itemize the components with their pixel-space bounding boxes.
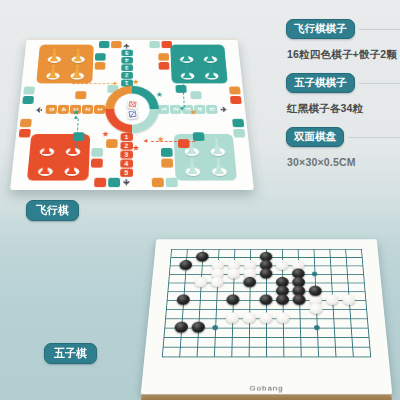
black-stone[interactable]: [293, 294, 306, 305]
ludo-arm-cell-up: 2: [121, 72, 133, 79]
black-stone[interactable]: [226, 294, 239, 305]
white-stone[interactable]: [211, 277, 224, 287]
plane-icon: ✈: [218, 105, 230, 114]
ludo-track-cell: [193, 132, 205, 141]
white-stone[interactable]: [259, 312, 272, 323]
ludo-arm-cell-left: 5: [45, 105, 57, 114]
white-stone[interactable]: [276, 312, 289, 323]
dashed-path-line: [151, 141, 195, 142]
ludo-track-cell: [229, 87, 241, 95]
ludo-arm-cell-up: 5: [121, 50, 132, 57]
ludo-track-cell: [22, 96, 34, 104]
spec-badge-gomoku-pieces: 五子棋棋子: [286, 73, 355, 93]
die-icon[interactable]: ⚂: [126, 109, 138, 119]
ludo-track-cell: [158, 53, 169, 60]
white-stone[interactable]: [326, 294, 339, 305]
ludo-track-cell: [166, 178, 178, 187]
arm-number: 1: [95, 108, 103, 111]
ludo-center: ⚄⚂: [114, 94, 150, 125]
white-stone[interactable]: [243, 312, 256, 323]
black-stone[interactable]: [196, 252, 209, 262]
ludo-track-cell: [91, 148, 103, 157]
spec-section-header: 飞行棋棋子: [286, 19, 400, 39]
black-stone[interactable]: [174, 322, 188, 333]
ludo-track-cell: [106, 139, 118, 148]
star-icon: ★: [101, 131, 109, 139]
ludo-track-cell: [233, 129, 245, 138]
arrow-icon: ▴: [74, 114, 78, 121]
ludo-arm-cell-left: 1: [94, 105, 105, 114]
ludo-base-bottom-left: [27, 134, 90, 181]
star-icon: ★: [132, 144, 140, 152]
ludo-track-cell: [230, 96, 242, 104]
arm-number: 4: [125, 57, 129, 64]
dashed-path-line: [72, 83, 114, 84]
arrow-icon: ▾: [180, 106, 184, 113]
star-icon: ★: [132, 79, 139, 86]
black-stone[interactable]: [243, 277, 256, 287]
plane-icon: ✈: [120, 178, 133, 186]
ludo-track-cell: [73, 132, 85, 141]
gomoku-label-badge: 五子棋: [44, 343, 97, 364]
black-stone[interactable]: [260, 294, 273, 305]
ludo-track-cell: [95, 62, 106, 69]
divider-line: [359, 29, 400, 30]
arm-number: 3: [124, 151, 128, 159]
black-stone[interactable]: [260, 268, 273, 278]
ludo-base-top-left: [36, 45, 94, 84]
star-icon: ★: [157, 136, 165, 144]
star-icon: ★: [189, 109, 197, 116]
gomoku-grid: [162, 249, 371, 357]
white-stone[interactable]: [194, 277, 207, 287]
arm-number: 5: [47, 108, 56, 111]
ludo-arm-cell-right: 1: [158, 105, 169, 114]
ludo-label-badge: 飞行棋: [26, 200, 79, 221]
spec-text-board-size: 30×30×0.5CM: [287, 156, 400, 168]
ludo-track-cell: [149, 41, 160, 48]
arm-number: 5: [125, 50, 129, 57]
ludo-arm-cell-down: 2: [120, 142, 133, 150]
ludo-arm-cell-down: 1: [120, 133, 132, 141]
gomoku-board: Gobang: [140, 239, 393, 400]
ludo-track-cell: [99, 41, 110, 48]
ludo-arm-cell-right: 5: [206, 105, 218, 114]
star-point: [212, 325, 218, 330]
star-point: [312, 272, 318, 277]
black-stone[interactable]: [276, 294, 289, 305]
arm-number: 3: [125, 64, 129, 71]
arm-number: 5: [207, 108, 216, 111]
ludo-arm-cell-left: 2: [82, 105, 94, 114]
spec-badge-ludo-pieces: 飞行棋棋子: [286, 19, 355, 39]
gomoku-brand-label: Gobang: [141, 384, 392, 392]
ludo-track-cell: [161, 41, 172, 48]
ludo-base-top-right: [170, 45, 228, 84]
arm-number: 1: [159, 108, 167, 111]
die-icon[interactable]: ⚄: [126, 99, 137, 109]
ludo-arm-cell-left: 4: [57, 105, 69, 114]
ludo-track-cell: [161, 159, 173, 168]
gomoku-surface: Gobang: [141, 239, 393, 394]
arm-number: 2: [124, 142, 128, 150]
arm-number: 2: [125, 72, 129, 79]
spec-section-header: 五子棋棋子: [286, 73, 400, 93]
ludo-track-cell: [190, 91, 201, 99]
ludo-track-cell: [20, 119, 32, 127]
arm-number: 5: [124, 169, 128, 177]
spec-text-ludo-pieces: 16粒四色棋子+骰子2颗: [287, 48, 400, 62]
star-icon: ★: [156, 91, 164, 98]
white-stone[interactable]: [342, 294, 356, 305]
spec-text-gomoku-pieces: 红黑棋子各34粒: [287, 102, 400, 116]
star-point: [314, 325, 320, 330]
product-image: 12345✈12345✈12345✈12345✈★★★★★★★★▸▾◂▴⚄⚂ 飞…: [0, 0, 400, 400]
white-stone[interactable]: [309, 303, 322, 314]
ludo-board: 12345✈12345✈12345✈12345✈★★★★★★★★▸▾◂▴⚄⚂: [10, 39, 254, 190]
ludo-track-cell: [94, 178, 106, 187]
plane-icon: ✈: [33, 105, 45, 114]
divider-line: [359, 83, 400, 84]
ludo-track-cell: [91, 159, 103, 168]
ludo-track-cell: [75, 91, 86, 99]
arrow-icon: ◂: [143, 137, 147, 144]
arm-number: 2: [83, 108, 91, 111]
white-stone[interactable]: [226, 312, 239, 323]
white-stone[interactable]: [276, 260, 289, 270]
arm-number: 2: [171, 108, 179, 111]
black-stone[interactable]: [309, 286, 322, 296]
ludo-arm-cell-up: 3: [121, 64, 133, 71]
ludo-arm-cell-down: 3: [120, 151, 133, 159]
black-stone[interactable]: [176, 294, 190, 305]
ludo-center-ring: ⚄⚂: [104, 86, 159, 133]
ludo-arm-cell-up: 4: [121, 57, 133, 64]
ludo-track-cell: [19, 129, 31, 138]
ludo-track-cell: [108, 178, 120, 187]
plane-icon: ✈: [121, 42, 132, 48]
ludo-track-cell: [175, 85, 186, 93]
spec-section-header: 双面棋盘: [286, 127, 400, 147]
ludo-track-cell: [23, 87, 35, 95]
ludo-track-cell: [152, 178, 164, 187]
ludo-track-cell: [232, 119, 244, 127]
spec-panel: 飞行棋棋子 16粒四色棋子+骰子2颗 五子棋棋子 红黑棋子各34粒 双面棋盘 3…: [286, 19, 400, 179]
arm-number: 4: [59, 108, 68, 111]
ludo-track-cell: [111, 41, 122, 48]
wood-edge: [141, 394, 392, 400]
ludo-arm-cell-down: 5: [120, 169, 133, 177]
spec-badge-board: 双面棋盘: [286, 127, 344, 147]
arm-number: 1: [124, 133, 128, 141]
white-stone[interactable]: [227, 268, 240, 278]
ludo-track-cell: [161, 148, 173, 157]
arm-number: 4: [124, 159, 128, 167]
ludo-arm-cell-down: 4: [120, 159, 133, 167]
black-stone[interactable]: [179, 260, 192, 270]
divider-line: [348, 137, 400, 138]
ludo-track-cell: [159, 62, 170, 69]
arrow-icon: ▸: [114, 80, 118, 86]
black-stone[interactable]: [191, 322, 205, 333]
ludo-track-cell: [95, 53, 106, 60]
